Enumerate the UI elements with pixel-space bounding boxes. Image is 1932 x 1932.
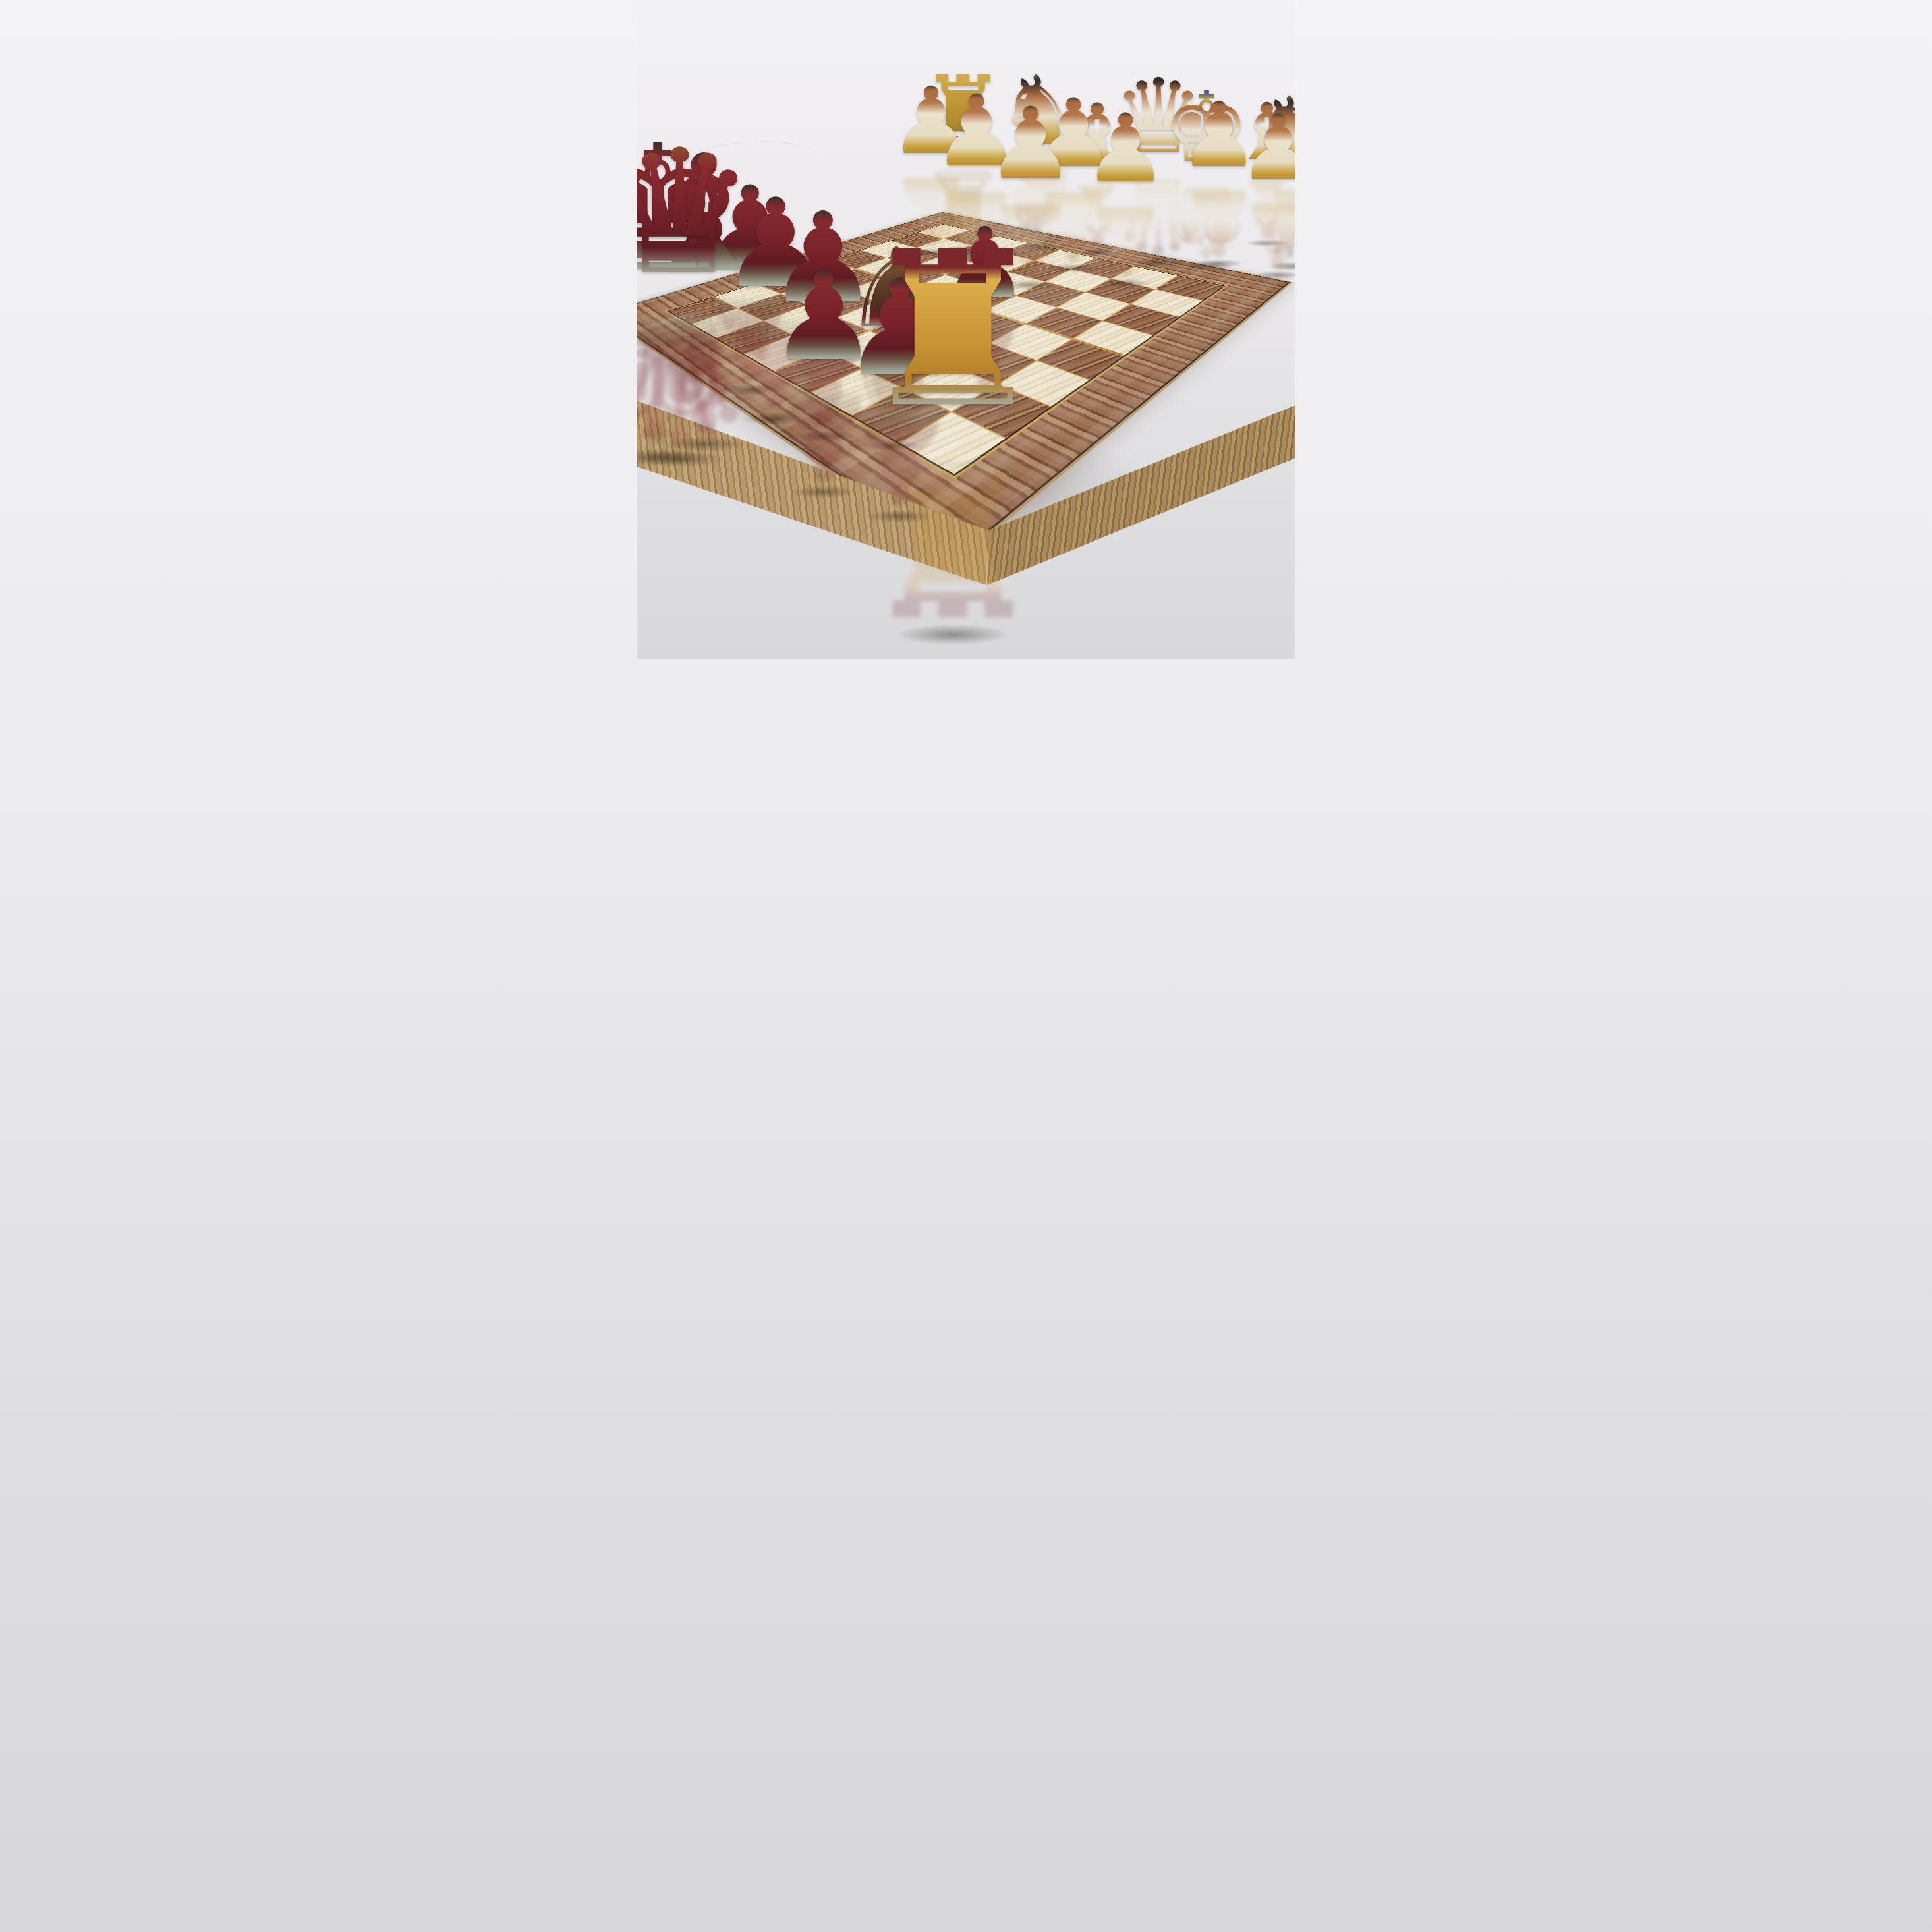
board-grid: [668, 224, 1226, 476]
chess-board: [637, 212, 1293, 561]
board-frame: [637, 212, 1293, 561]
photo-scene: ♞♞♜♜♟♟♛♛♝♝♝♝♚♚♞♞♟♟♟♟♟♟♟♟♟♟♟♟♟♟♝♝♚♚♛♛♟♟♟♟…: [637, 0, 1295, 659]
